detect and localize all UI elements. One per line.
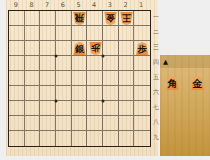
board-square-1七[interactable] bbox=[134, 101, 150, 116]
rank-label-9: 九 bbox=[152, 130, 160, 145]
board-square-9二[interactable] bbox=[9, 26, 25, 41]
piece-kanji: 飛 bbox=[73, 12, 86, 26]
board-square-4七[interactable] bbox=[87, 101, 103, 116]
file-label-8: 8 bbox=[24, 0, 40, 10]
file-label-2: 2 bbox=[118, 0, 134, 10]
rank-label-1: 一 bbox=[152, 10, 160, 25]
hand-panel-header: ▲ bbox=[160, 55, 210, 68]
board-square-3九[interactable] bbox=[103, 131, 119, 146]
board-square-3六[interactable] bbox=[103, 86, 119, 101]
board-square-5四[interactable] bbox=[72, 56, 88, 71]
board-square-2四[interactable] bbox=[119, 56, 135, 71]
board-square-3七[interactable] bbox=[103, 101, 119, 116]
board-square-2六[interactable] bbox=[119, 86, 135, 101]
board-square-1一[interactable] bbox=[134, 11, 150, 26]
file-label-6: 6 bbox=[55, 0, 71, 10]
file-labels: 987654321 bbox=[8, 0, 149, 10]
piece-kanji: 王 bbox=[120, 12, 133, 26]
board-square-9五[interactable] bbox=[9, 71, 25, 86]
rank-labels: 一二三四五六七八九 bbox=[152, 10, 160, 145]
board-square-8七[interactable] bbox=[25, 101, 41, 116]
board-square-4五[interactable] bbox=[87, 71, 103, 86]
board-square-3三[interactable] bbox=[103, 41, 119, 56]
sente-hand-panel: ▲ 角金 bbox=[160, 55, 210, 156]
file-label-3: 3 bbox=[102, 0, 118, 10]
board-square-5六[interactable] bbox=[72, 86, 88, 101]
board-square-3二[interactable] bbox=[103, 26, 119, 41]
board-square-6四[interactable] bbox=[56, 56, 72, 71]
board-square-9六[interactable] bbox=[9, 86, 25, 101]
piece-kanji: 金 bbox=[191, 76, 204, 91]
board-square-6三[interactable] bbox=[56, 41, 72, 56]
board-square-4二[interactable] bbox=[87, 26, 103, 41]
board-square-7一[interactable] bbox=[40, 11, 56, 26]
board-square-2二[interactable] bbox=[119, 26, 135, 41]
board-square-8三[interactable] bbox=[25, 41, 41, 56]
board-square-5五[interactable] bbox=[72, 71, 88, 86]
board-square-8八[interactable] bbox=[25, 116, 41, 131]
board-square-6二[interactable] bbox=[56, 26, 72, 41]
file-label-4: 4 bbox=[86, 0, 102, 10]
hand-piece-bishop[interactable]: 角 bbox=[166, 76, 179, 91]
board-square-1二[interactable] bbox=[134, 26, 150, 41]
board-square-1五[interactable] bbox=[134, 71, 150, 86]
board-square-3四[interactable] bbox=[103, 56, 119, 71]
board-square-6六[interactable] bbox=[56, 86, 72, 101]
board-square-4六[interactable] bbox=[87, 86, 103, 101]
rank-label-7: 七 bbox=[152, 100, 160, 115]
board-square-2八[interactable] bbox=[119, 116, 135, 131]
rank-label-8: 八 bbox=[152, 115, 160, 130]
rank-label-4: 四 bbox=[152, 55, 160, 70]
rank-label-5: 五 bbox=[152, 70, 160, 85]
sente-marker-icon: ▲ bbox=[163, 58, 168, 66]
board-square-2七[interactable] bbox=[119, 101, 135, 116]
board-square-7九[interactable] bbox=[40, 131, 56, 146]
board-square-8四[interactable] bbox=[25, 56, 41, 71]
board-square-9四[interactable] bbox=[9, 56, 25, 71]
star-point bbox=[55, 100, 58, 103]
file-label-9: 9 bbox=[8, 0, 24, 10]
board-square-7二[interactable] bbox=[40, 26, 56, 41]
piece-silver-sente[interactable]: 銀 bbox=[72, 41, 88, 56]
board-square-1九[interactable] bbox=[134, 131, 150, 146]
board-square-9三[interactable] bbox=[9, 41, 25, 56]
board-square-7五[interactable] bbox=[40, 71, 56, 86]
rank-label-2: 二 bbox=[152, 25, 160, 40]
board-square-5九[interactable] bbox=[72, 131, 88, 146]
board-square-4四[interactable] bbox=[87, 56, 103, 71]
piece-kanji: 銀 bbox=[73, 42, 86, 56]
star-point bbox=[55, 55, 58, 58]
board-square-5八[interactable] bbox=[72, 116, 88, 131]
star-point bbox=[102, 100, 105, 103]
board-square-3五[interactable] bbox=[103, 71, 119, 86]
board-square-5二[interactable] bbox=[72, 26, 88, 41]
board-square-1八[interactable] bbox=[134, 116, 150, 131]
board-square-5七[interactable] bbox=[72, 101, 88, 116]
rank-label-6: 六 bbox=[152, 85, 160, 100]
board-square-4八[interactable] bbox=[87, 116, 103, 131]
board-square-9七[interactable] bbox=[9, 101, 25, 116]
board-square-9九[interactable] bbox=[9, 131, 25, 146]
board-grid: 飛金王銀歩歩 bbox=[8, 10, 151, 147]
piece-kanji: 歩 bbox=[89, 42, 102, 56]
board-square-8二[interactable] bbox=[25, 26, 41, 41]
piece-kanji: 金 bbox=[104, 12, 117, 26]
file-label-5: 5 bbox=[71, 0, 87, 10]
board-square-2五[interactable] bbox=[119, 71, 135, 86]
board-square-4九[interactable] bbox=[87, 131, 103, 146]
board-square-8九[interactable] bbox=[25, 131, 41, 146]
board-square-6一[interactable] bbox=[56, 11, 72, 26]
piece-rook-gote[interactable]: 飛 bbox=[72, 11, 88, 26]
board-square-1六[interactable] bbox=[134, 86, 150, 101]
board-square-6九[interactable] bbox=[56, 131, 72, 146]
rank-label-3: 三 bbox=[152, 40, 160, 55]
shogi-board: 987654321 飛金王銀歩歩 一二三四五六七八九 bbox=[6, 0, 158, 156]
board-square-4一[interactable] bbox=[87, 11, 103, 26]
file-label-7: 7 bbox=[39, 0, 55, 10]
board-square-6五[interactable] bbox=[56, 71, 72, 86]
piece-king-gote[interactable]: 王 bbox=[119, 11, 135, 26]
piece-gold-gote[interactable]: 金 bbox=[103, 11, 119, 26]
board-square-6八[interactable] bbox=[56, 116, 72, 131]
board-square-8一[interactable] bbox=[25, 11, 41, 26]
piece-pawn-gote[interactable]: 歩 bbox=[87, 41, 103, 56]
board-square-3八[interactable] bbox=[103, 116, 119, 131]
board-square-7三[interactable] bbox=[40, 41, 56, 56]
file-label-1: 1 bbox=[133, 0, 149, 10]
board-square-2九[interactable] bbox=[119, 131, 135, 146]
piece-kanji: 角 bbox=[166, 76, 179, 91]
hand-piece-gold[interactable]: 金 bbox=[191, 76, 204, 91]
board-square-7七[interactable] bbox=[40, 101, 56, 116]
board-square-8五[interactable] bbox=[25, 71, 41, 86]
piece-kanji: 歩 bbox=[136, 42, 149, 56]
board-square-1四[interactable] bbox=[134, 56, 150, 71]
board-square-8六[interactable] bbox=[25, 86, 41, 101]
board-square-6七[interactable] bbox=[56, 101, 72, 116]
board-square-9一[interactable] bbox=[9, 11, 25, 26]
hand-pieces-tray: 角金 bbox=[160, 73, 210, 93]
board-square-9八[interactable] bbox=[9, 116, 25, 131]
board-square-7六[interactable] bbox=[40, 86, 56, 101]
piece-pawn-sente[interactable]: 歩 bbox=[134, 41, 150, 56]
board-square-7四[interactable] bbox=[40, 56, 56, 71]
shogi-app-window: 987654321 飛金王銀歩歩 一二三四五六七八九 ▲ 角金 bbox=[0, 0, 210, 160]
board-square-2三[interactable] bbox=[119, 41, 135, 56]
board-square-7八[interactable] bbox=[40, 116, 56, 131]
